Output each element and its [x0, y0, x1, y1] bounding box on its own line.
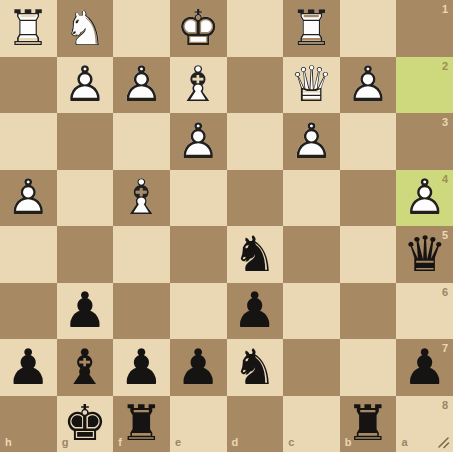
piece-fill-glyph: ♟	[233, 286, 277, 335]
file-label-b: b	[345, 437, 352, 448]
square-h8[interactable]: h	[0, 396, 57, 452]
square-d2[interactable]	[227, 57, 284, 114]
rank-label-3: 3	[442, 117, 448, 128]
square-b7[interactable]	[340, 339, 397, 396]
square-c5[interactable]	[283, 226, 340, 283]
square-b6[interactable]	[340, 283, 397, 340]
square-d3[interactable]	[227, 113, 284, 170]
piece-fill-glyph: ♟	[6, 173, 50, 222]
piece-fill-glyph: ♟	[120, 60, 164, 109]
piece-fill-glyph: ♟	[403, 343, 447, 392]
square-a3[interactable]: 3	[396, 113, 453, 170]
square-g7[interactable]: ♝	[57, 339, 114, 396]
piece-fill-glyph: ♝	[176, 60, 220, 109]
black-pawn[interactable]: ♟	[57, 283, 114, 340]
piece-fill-glyph: ♟	[346, 60, 390, 109]
square-c7[interactable]	[283, 339, 340, 396]
square-d6[interactable]: ♟	[227, 283, 284, 340]
file-label-d: d	[232, 437, 239, 448]
piece-outline-glyph: ♕	[289, 60, 333, 109]
white-rook[interactable]: ♜♖	[283, 0, 340, 57]
square-a8[interactable]: 8a	[396, 396, 453, 452]
square-h4[interactable]: ♟♙	[0, 170, 57, 227]
piece-fill-glyph: ♝	[120, 173, 164, 222]
square-a6[interactable]: 6	[396, 283, 453, 340]
square-b1[interactable]	[340, 0, 397, 57]
piece-outline-glyph: ♙	[403, 173, 447, 222]
white-pawn[interactable]: ♟♙	[283, 113, 340, 170]
piece-outline-glyph: ♘	[63, 4, 107, 53]
square-b4[interactable]	[340, 170, 397, 227]
piece-fill-glyph: ♝	[63, 343, 107, 392]
rank-label-2: 2	[442, 61, 448, 72]
piece-fill-glyph: ♟	[63, 60, 107, 109]
black-bishop[interactable]: ♝	[57, 339, 114, 396]
square-f7[interactable]: ♟	[113, 339, 170, 396]
piece-outline-glyph: ♔	[176, 4, 220, 53]
rank-label-4: 4	[442, 174, 448, 185]
piece-outline-glyph: ♙	[176, 117, 220, 166]
square-g6[interactable]: ♟	[57, 283, 114, 340]
square-f6[interactable]	[113, 283, 170, 340]
square-d4[interactable]	[227, 170, 284, 227]
piece-outline-glyph: ♙	[120, 60, 164, 109]
square-c2[interactable]: ♛♕	[283, 57, 340, 114]
piece-fill-glyph: ♞	[63, 4, 107, 53]
piece-fill-glyph: ♟	[176, 343, 220, 392]
square-a1[interactable]: 1	[396, 0, 453, 57]
chess-app: ♜♖♞♘♚♔♜♖1♟♙♟♙♝♗♛♕♟♙2♟♙♟♙3♟♙♝♗♟♙4♞♛5♟♟6♟♝…	[0, 0, 453, 452]
rank-label-7: 7	[442, 343, 448, 354]
file-label-f: f	[118, 437, 122, 448]
white-rook[interactable]: ♜♖	[0, 0, 57, 57]
square-c8[interactable]: c	[283, 396, 340, 452]
square-e1[interactable]: ♚♔	[170, 0, 227, 57]
piece-outline-glyph: ♙	[289, 117, 333, 166]
white-pawn[interactable]: ♟♙	[170, 113, 227, 170]
square-e8[interactable]: e	[170, 396, 227, 452]
square-e5[interactable]	[170, 226, 227, 283]
square-a7[interactable]: ♟7	[396, 339, 453, 396]
white-pawn[interactable]: ♟♙	[0, 170, 57, 227]
piece-fill-glyph: ♜	[346, 399, 390, 448]
square-e4[interactable]	[170, 170, 227, 227]
piece-fill-glyph: ♟	[403, 173, 447, 222]
piece-outline-glyph: ♖	[289, 4, 333, 53]
square-g5[interactable]	[57, 226, 114, 283]
piece-fill-glyph: ♟	[63, 286, 107, 335]
white-king[interactable]: ♚♔	[170, 0, 227, 57]
piece-fill-glyph: ♞	[233, 230, 277, 279]
piece-fill-glyph: ♟	[176, 117, 220, 166]
black-knight[interactable]: ♞	[227, 226, 284, 283]
square-h1[interactable]: ♜♖	[0, 0, 57, 57]
file-label-a: a	[401, 437, 407, 448]
black-pawn[interactable]: ♟	[113, 339, 170, 396]
piece-fill-glyph: ♛	[289, 60, 333, 109]
piece-fill-glyph: ♚	[63, 399, 107, 448]
square-d8[interactable]: d	[227, 396, 284, 452]
white-pawn[interactable]: ♟♙	[57, 57, 114, 114]
piece-fill-glyph: ♞	[233, 343, 277, 392]
square-g3[interactable]	[57, 113, 114, 170]
black-pawn[interactable]: ♟	[227, 283, 284, 340]
piece-outline-glyph: ♙	[346, 60, 390, 109]
square-e2[interactable]: ♝♗	[170, 57, 227, 114]
piece-fill-glyph: ♜	[120, 399, 164, 448]
square-g4[interactable]	[57, 170, 114, 227]
white-bishop[interactable]: ♝♗	[170, 57, 227, 114]
square-a5[interactable]: ♛5	[396, 226, 453, 283]
file-label-g: g	[62, 437, 69, 448]
square-f3[interactable]	[113, 113, 170, 170]
rank-label-6: 6	[442, 287, 448, 298]
square-d7[interactable]: ♞	[227, 339, 284, 396]
square-f8[interactable]: ♜f	[113, 396, 170, 452]
piece-outline-glyph: ♗	[176, 60, 220, 109]
rank-label-5: 5	[442, 230, 448, 241]
square-h2[interactable]	[0, 57, 57, 114]
piece-fill-glyph: ♚	[176, 4, 220, 53]
white-bishop[interactable]: ♝♗	[113, 170, 170, 227]
square-a4[interactable]: ♟♙4	[396, 170, 453, 227]
square-f4[interactable]: ♝♗	[113, 170, 170, 227]
piece-fill-glyph: ♟	[6, 343, 50, 392]
square-g8[interactable]: ♚g	[57, 396, 114, 452]
file-label-e: e	[175, 437, 181, 448]
piece-outline-glyph: ♗	[120, 173, 164, 222]
square-h5[interactable]	[0, 226, 57, 283]
file-label-c: c	[288, 437, 294, 448]
square-b5[interactable]	[340, 226, 397, 283]
square-g1[interactable]: ♞♘	[57, 0, 114, 57]
square-g2[interactable]: ♟♙	[57, 57, 114, 114]
piece-fill-glyph: ♜	[289, 4, 333, 53]
square-c4[interactable]	[283, 170, 340, 227]
white-queen[interactable]: ♛♕	[283, 57, 340, 114]
square-e7[interactable]: ♟	[170, 339, 227, 396]
square-f2[interactable]: ♟♙	[113, 57, 170, 114]
piece-fill-glyph: ♟	[289, 117, 333, 166]
square-b8[interactable]: ♜b	[340, 396, 397, 452]
chess-board: ♜♖♞♘♚♔♜♖1♟♙♟♙♝♗♛♕♟♙2♟♙♟♙3♟♙♝♗♟♙4♞♛5♟♟6♟♝…	[0, 0, 453, 452]
white-pawn[interactable]: ♟♙	[113, 57, 170, 114]
square-f5[interactable]	[113, 226, 170, 283]
piece-outline-glyph: ♖	[6, 4, 50, 53]
square-f1[interactable]	[113, 0, 170, 57]
square-e3[interactable]: ♟♙	[170, 113, 227, 170]
square-c3[interactable]: ♟♙	[283, 113, 340, 170]
black-pawn[interactable]: ♟	[0, 339, 57, 396]
piece-fill-glyph: ♛	[403, 230, 447, 279]
black-pawn[interactable]: ♟	[170, 339, 227, 396]
square-c1[interactable]: ♜♖	[283, 0, 340, 57]
white-pawn[interactable]: ♟♙	[340, 57, 397, 114]
board-resize-handle-icon[interactable]	[437, 436, 450, 449]
square-d5[interactable]: ♞	[227, 226, 284, 283]
black-knight[interactable]: ♞	[227, 339, 284, 396]
square-h3[interactable]	[0, 113, 57, 170]
square-b3[interactable]	[340, 113, 397, 170]
square-h7[interactable]: ♟	[0, 339, 57, 396]
piece-fill-glyph: ♜	[6, 4, 50, 53]
square-a2[interactable]: 2	[396, 57, 453, 114]
square-h6[interactable]	[0, 283, 57, 340]
square-e6[interactable]	[170, 283, 227, 340]
file-label-h: h	[5, 437, 12, 448]
piece-fill-glyph: ♟	[120, 343, 164, 392]
rank-label-8: 8	[442, 400, 448, 411]
piece-outline-glyph: ♙	[63, 60, 107, 109]
square-b2[interactable]: ♟♙	[340, 57, 397, 114]
rank-label-1: 1	[442, 4, 448, 15]
square-d1[interactable]	[227, 0, 284, 57]
white-knight[interactable]: ♞♘	[57, 0, 114, 57]
piece-outline-glyph: ♙	[6, 173, 50, 222]
square-c6[interactable]	[283, 283, 340, 340]
